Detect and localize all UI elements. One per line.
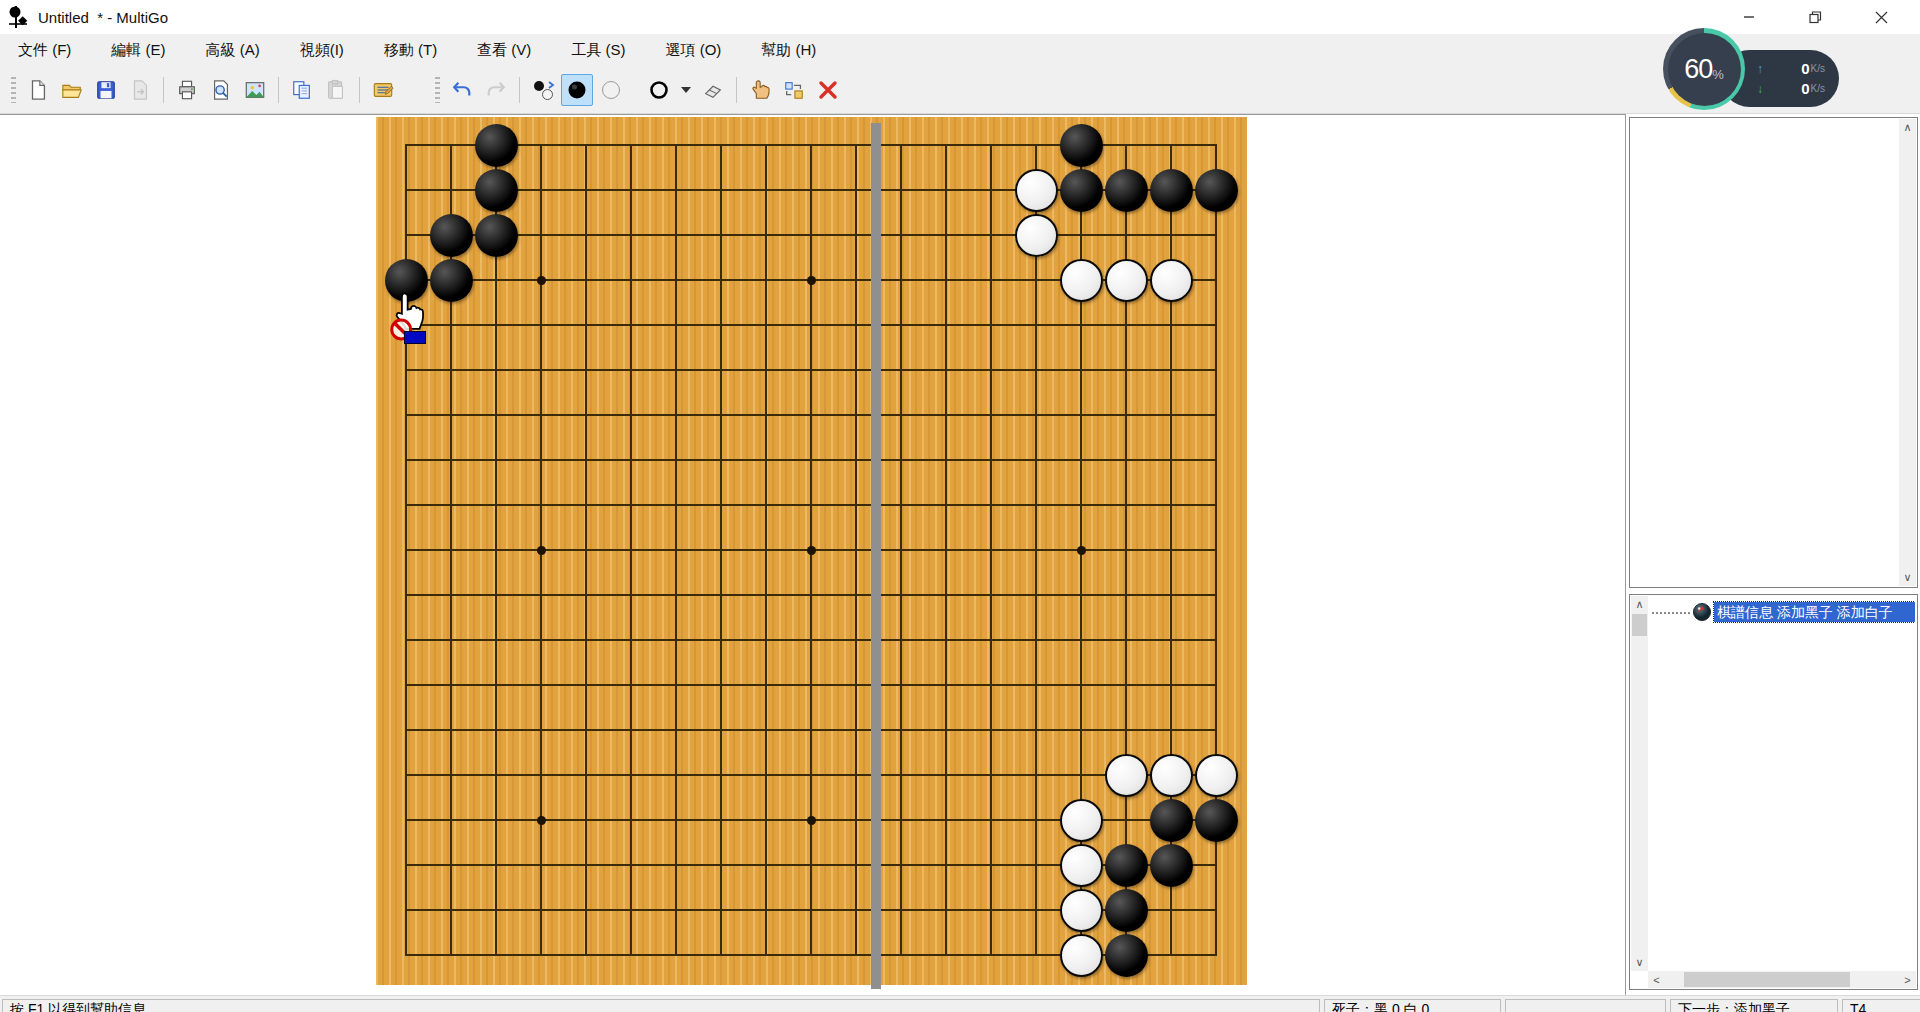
cursor-placement-mark — [404, 331, 426, 344]
menu-item-1[interactable]: 編輯 (E) — [97, 36, 179, 65]
tree-horizontal-scrollbar: < > — [1648, 971, 1916, 988]
tree-connector — [1652, 612, 1690, 614]
scroll-up-arrow[interactable]: ∧ — [1631, 596, 1648, 613]
tree-vertical-scrollbar: ∧ ∨ — [1631, 596, 1648, 971]
star-point — [1077, 546, 1086, 555]
tree-node-icon — [1692, 602, 1712, 622]
tree-swap-tool[interactable] — [778, 74, 810, 106]
empty-stone-tool[interactable] — [643, 74, 675, 106]
copy-button[interactable] — [286, 74, 318, 106]
black-stone-ca[interactable] — [475, 124, 518, 167]
printer-icon — [176, 79, 198, 101]
game-info-icon — [372, 79, 394, 101]
hand-icon — [749, 79, 771, 101]
export-button[interactable] — [124, 74, 156, 106]
print-preview-button[interactable] — [205, 74, 237, 106]
paste-button[interactable] — [320, 74, 352, 106]
game-tree-panel[interactable]: ∧ ∨ < > 棋譜信息 添加黑子 添加白子 — [1629, 594, 1918, 990]
status-tool: T4 — [1842, 999, 1920, 1012]
black-stone-icon — [565, 78, 589, 102]
white-stone-pq[interactable] — [1060, 844, 1103, 887]
white-stone-so[interactable] — [1195, 754, 1238, 797]
undo-icon — [451, 79, 473, 101]
download-row: ↓ 0 K/s — [1757, 80, 1825, 97]
scroll-thumb[interactable] — [1632, 614, 1647, 636]
scroll-down-arrow[interactable]: ∨ — [1631, 954, 1648, 971]
eraser-icon — [702, 79, 724, 101]
star-point — [537, 816, 546, 825]
new-file-icon — [27, 79, 49, 101]
grid-line — [945, 144, 947, 956]
chevron-down-icon — [681, 86, 691, 94]
grid-line — [405, 639, 1217, 641]
white-stone-ob[interactable] — [1015, 169, 1058, 212]
open-folder-icon — [61, 79, 83, 101]
white-stone-qo[interactable] — [1105, 754, 1148, 797]
white-stone-pr[interactable] — [1060, 889, 1103, 932]
scroll-down-arrow[interactable]: ∨ — [1899, 569, 1916, 586]
print-button[interactable] — [171, 74, 203, 106]
scroll-thumb[interactable] — [1684, 972, 1850, 987]
download-unit: K/s — [1811, 83, 1825, 94]
hand-tool[interactable] — [744, 74, 776, 106]
upload-arrow-icon: ↑ — [1757, 62, 1773, 76]
toolbar-separator — [736, 77, 737, 103]
new-button[interactable] — [22, 74, 54, 106]
restore-icon — [1809, 11, 1822, 24]
upload-unit: K/s — [1811, 63, 1825, 74]
close-button[interactable] — [1848, 0, 1914, 34]
image-icon — [244, 79, 266, 101]
app-icon — [6, 5, 30, 29]
grid-line — [1035, 144, 1037, 956]
toolbar-separator — [278, 77, 279, 103]
redo-icon — [485, 79, 507, 101]
black-stone-qs[interactable] — [1105, 934, 1148, 977]
black-stone-sb[interactable] — [1195, 169, 1238, 212]
game-info-button[interactable] — [367, 74, 399, 106]
status-captures: 死子：黑 0 白 0 — [1324, 999, 1501, 1012]
eraser-tool[interactable] — [697, 74, 729, 106]
grid-line — [405, 594, 1217, 596]
status-help-text: 按 F1 以得到幫助信息 — [2, 999, 1320, 1012]
star-point — [807, 276, 816, 285]
black-stone-cc[interactable] — [475, 214, 518, 257]
black-stone-rq[interactable] — [1150, 844, 1193, 887]
toolbar-separator — [163, 77, 164, 103]
black-stone-rp[interactable] — [1150, 799, 1193, 842]
black-stone-pa[interactable] — [1060, 124, 1103, 167]
black-stone-sp[interactable] — [1195, 799, 1238, 842]
star-point — [807, 546, 816, 555]
usage-percent: 60 — [1684, 54, 1712, 85]
title-bar: Untitled * - MultiGo — [0, 0, 1920, 34]
menu-bar: 文件 (F)編輯 (E)高級 (A)視頻(I)移動 (T)查看 (V)工具 (S… — [0, 34, 1920, 66]
white-stone-tool[interactable] — [595, 74, 627, 106]
close-icon — [1875, 11, 1888, 24]
undo-button[interactable] — [446, 74, 478, 106]
tree-root-node[interactable]: 棋譜信息 添加黑子 添加白子 — [1652, 601, 1915, 623]
white-stone-pd[interactable] — [1060, 259, 1103, 302]
delete-tool[interactable] — [812, 74, 844, 106]
black-stone-qb[interactable] — [1105, 169, 1148, 212]
status-empty-panel — [1505, 999, 1666, 1012]
open-button[interactable] — [56, 74, 88, 106]
grid-line — [900, 144, 902, 956]
toolbar-grip[interactable] — [435, 77, 440, 103]
alternate-move-tool[interactable] — [527, 74, 559, 106]
menu-item-6[interactable]: 工具 (S) — [557, 36, 639, 65]
tree-node-label[interactable]: 棋譜信息 添加黑子 添加白子 — [1714, 602, 1915, 622]
board-shadow — [871, 123, 881, 989]
black-stone-pb[interactable] — [1060, 169, 1103, 212]
delete-x-icon — [818, 80, 838, 100]
status-bar: 按 F1 以得到幫助信息 死子：黑 0 白 0 下一步：添加黑子 T4 — [0, 995, 1920, 1012]
grid-line — [405, 729, 1217, 731]
white-stone-oc[interactable] — [1015, 214, 1058, 257]
download-value: 0 — [1801, 80, 1809, 97]
status-next-move: 下一步：添加黑子 — [1670, 999, 1838, 1012]
menu-item-3[interactable]: 視頻(I) — [286, 36, 358, 65]
white-stone-ro[interactable] — [1150, 754, 1193, 797]
minimize-icon — [1743, 11, 1755, 23]
toolbar-separator — [359, 77, 360, 103]
toolbar-grip[interactable] — [11, 77, 16, 103]
speed-gauge-overlay[interactable]: ↑ 0 K/s ↓ 0 K/s 60 % — [1663, 28, 1839, 110]
go-board[interactable] — [376, 117, 1247, 985]
usage-ring: 60 % — [1663, 28, 1745, 110]
black-stone-qr[interactable] — [1105, 889, 1148, 932]
white-stone-rd[interactable] — [1150, 259, 1193, 302]
black-stone-rb[interactable] — [1150, 169, 1193, 212]
export-icon — [129, 79, 151, 101]
download-arrow-icon: ↓ — [1757, 82, 1773, 96]
comment-panel-scrollbar: ∧ ∨ — [1899, 119, 1916, 586]
print-preview-icon — [210, 79, 232, 101]
menu-item-2[interactable]: 高級 (A) — [192, 36, 274, 65]
export-image-button[interactable] — [239, 74, 271, 106]
stone-dropdown[interactable] — [677, 74, 695, 106]
copy-icon — [291, 79, 313, 101]
grid-line — [405, 774, 1217, 776]
grid-line — [855, 144, 857, 956]
window-title: Untitled * - MultiGo — [38, 9, 168, 26]
menu-item-0[interactable]: 文件 (F) — [4, 36, 85, 65]
grid-line — [405, 684, 1217, 686]
white-stone-ps[interactable] — [1060, 934, 1103, 977]
menu-item-5[interactable]: 查看 (V) — [463, 36, 545, 65]
black-stone-bd[interactable] — [430, 259, 473, 302]
white-stone-qd[interactable] — [1105, 259, 1148, 302]
save-button[interactable] — [90, 74, 122, 106]
paste-icon — [325, 79, 347, 101]
star-point — [537, 276, 546, 285]
alternate-stones-icon — [531, 78, 555, 102]
scroll-right-arrow[interactable]: > — [1899, 971, 1916, 988]
menu-item-7[interactable]: 選項 (O) — [652, 36, 736, 65]
scroll-left-arrow[interactable]: < — [1648, 971, 1665, 988]
star-point — [537, 546, 546, 555]
star-point — [807, 816, 816, 825]
black-stone-cb[interactable] — [475, 169, 518, 212]
black-stone-tool[interactable] — [561, 74, 593, 106]
menu-item-8[interactable]: 幫助 (H) — [747, 36, 830, 65]
usage-percent-unit: % — [1712, 67, 1724, 82]
upload-row: ↑ 0 K/s — [1757, 60, 1825, 77]
black-stone-qq[interactable] — [1105, 844, 1148, 887]
usage-ring-inner: 60 % — [1668, 33, 1741, 106]
comment-panel[interactable]: ∧ ∨ — [1629, 117, 1918, 588]
board-client-area — [0, 114, 1626, 996]
black-stone-bc[interactable] — [430, 214, 473, 257]
upload-value: 0 — [1801, 60, 1809, 77]
save-floppy-icon — [95, 79, 117, 101]
redo-button[interactable] — [480, 74, 512, 106]
toolbar-separator — [519, 77, 520, 103]
toolbar — [0, 66, 1920, 114]
white-stone-icon — [599, 78, 623, 102]
hollow-stone-icon — [647, 78, 671, 102]
grid-line — [990, 144, 992, 956]
menu-item-4[interactable]: 移動 (T) — [370, 36, 451, 65]
tree-swap-icon — [783, 79, 805, 101]
scroll-up-arrow[interactable]: ∧ — [1899, 119, 1916, 136]
white-stone-pp[interactable] — [1060, 799, 1103, 842]
